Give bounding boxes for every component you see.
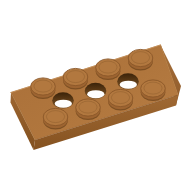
product-image	[0, 0, 192, 192]
technic-hole	[117, 73, 139, 89]
stud	[31, 78, 56, 99]
technic-hole	[52, 92, 74, 108]
stud	[128, 49, 153, 70]
stud	[141, 80, 166, 101]
hole-through-opening	[120, 81, 137, 89]
technic-hole	[85, 83, 107, 99]
lego-part-render	[0, 0, 192, 192]
stud	[96, 59, 121, 80]
hole-through-opening	[87, 90, 104, 98]
stud	[63, 68, 88, 89]
hole-through-opening	[55, 100, 72, 108]
stud	[43, 108, 68, 129]
stud	[76, 99, 101, 120]
stud	[108, 89, 133, 110]
